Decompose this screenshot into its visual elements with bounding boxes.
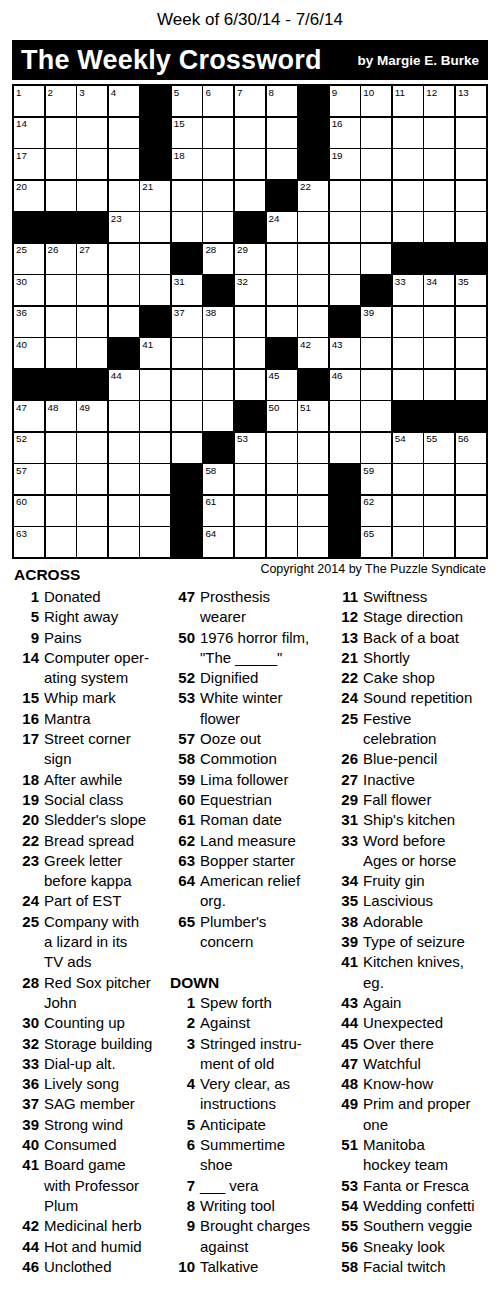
grid-cell-r4c4[interactable] [109, 181, 139, 211]
grid-cell-r11c11[interactable] [330, 401, 360, 431]
grid-cell-r1c8[interactable]: 7 [235, 86, 265, 116]
grid-cell-r6c1[interactable]: 25 [14, 244, 44, 274]
cell-number-8: 8 [269, 88, 274, 98]
grid-cell-r8c15[interactable] [456, 307, 486, 337]
clue-text: Part of EST [44, 891, 170, 911]
grid-cell-r4c15[interactable] [456, 181, 486, 211]
cell-number-11: 11 [395, 88, 405, 98]
clue-across-53: 53White winter flower [170, 688, 333, 729]
grid-cell-r10c13[interactable] [393, 370, 423, 400]
clue-down-29: 29Fall flower [333, 790, 500, 810]
grid-cell-r12c1[interactable]: 52 [14, 433, 44, 463]
clue-across-19: 19Social class [14, 790, 170, 810]
clue-down-55: 55Southern veggie [333, 1216, 500, 1236]
grid-cell-r11c2[interactable]: 48 [46, 401, 76, 431]
grid-cell-r14c4[interactable] [109, 496, 139, 526]
grid-cell-r15c9[interactable] [267, 527, 297, 557]
grid-cell-r7c10[interactable] [298, 275, 328, 305]
grid-cell-r14c14[interactable] [424, 496, 454, 526]
grid-cell-r5c5[interactable] [140, 212, 170, 242]
clue-number: 35 [333, 891, 363, 911]
grid-cell-r10c9[interactable]: 45 [267, 370, 297, 400]
grid-cell-r1c6[interactable]: 5 [172, 86, 202, 116]
grid-cell-r6c5[interactable] [140, 244, 170, 274]
clue-number: 22 [333, 668, 363, 688]
clue-down-34: 34Fruity gin [333, 871, 500, 891]
grid-cell-r1c4[interactable]: 4 [109, 86, 139, 116]
cell-number-54: 54 [395, 434, 406, 444]
grid-cell-r8c3[interactable] [77, 307, 107, 337]
grid-cell-r10c14[interactable] [424, 370, 454, 400]
grid-cell-r2c13[interactable] [393, 118, 423, 148]
grid-cell-r7c3[interactable] [77, 275, 107, 305]
clue-down-41: 41Kitchen knives, eg. [333, 952, 500, 993]
grid-cell-r2c6[interactable]: 15 [172, 118, 202, 148]
grid-cell-r8c8[interactable] [235, 307, 265, 337]
clue-down-13: 13Back of a boat [333, 628, 500, 648]
grid-cell-r4c6[interactable] [172, 181, 202, 211]
grid-cell-r6c8[interactable]: 29 [235, 244, 265, 274]
cell-number-2: 2 [48, 88, 53, 98]
clue-across-33: 33Dial-up alt. [14, 1054, 170, 1074]
clue-across-36: 36Lively song [14, 1074, 170, 1094]
grid-cell-r13c3[interactable] [77, 464, 107, 494]
grid-cell-r9c8[interactable] [235, 338, 265, 368]
grid-cell-r14c13[interactable] [393, 496, 423, 526]
grid-cell-r5c7[interactable] [203, 212, 233, 242]
black-cell-r2c5 [140, 118, 170, 148]
grid-cell-r14c7[interactable]: 61 [203, 496, 233, 526]
grid-cell-r15c15[interactable] [456, 527, 486, 557]
clue-number: 23 [14, 851, 44, 892]
black-cell-r7c12 [361, 275, 391, 305]
title-bar: The Weekly Crossword by Margie E. Burke [12, 40, 488, 80]
grid-cell-r5c6[interactable] [172, 212, 202, 242]
clue-across-28: 28Red Sox pitcher John [14, 973, 170, 1014]
grid-cell-r15c1[interactable]: 63 [14, 527, 44, 557]
clue-down-2: 2Against [170, 1013, 333, 1033]
clue-number: 52 [170, 668, 200, 688]
grid-cell-r5c9[interactable]: 24 [267, 212, 297, 242]
clue-number: 41 [14, 1155, 44, 1216]
grid-cell-r11c10[interactable]: 51 [298, 401, 328, 431]
grid-cell-r11c12[interactable] [361, 401, 391, 431]
cell-number-5: 5 [174, 88, 179, 98]
grid-cell-r3c8[interactable] [235, 149, 265, 179]
grid-cell-r9c12[interactable] [361, 338, 391, 368]
grid-cell-r1c7[interactable]: 6 [203, 86, 233, 116]
grid-cell-r11c1[interactable]: 47 [14, 401, 44, 431]
black-cell-r6c14 [424, 244, 454, 274]
grid-cell-r7c8[interactable]: 32 [235, 275, 265, 305]
grid-cell-r15c7[interactable]: 64 [203, 527, 233, 557]
grid-cell-r4c13[interactable] [393, 181, 423, 211]
grid-cell-r11c6[interactable] [172, 401, 202, 431]
grid-cell-r13c15[interactable] [456, 464, 486, 494]
grid-cell-r2c8[interactable] [235, 118, 265, 148]
grid-cell-r12c2[interactable] [46, 433, 76, 463]
black-cell-r9c4 [109, 338, 139, 368]
clue-text: ___ vera [200, 1176, 333, 1196]
cell-number-41: 41 [142, 340, 153, 350]
grid-cell-r15c12[interactable]: 65 [361, 527, 391, 557]
grid-cell-r4c10[interactable]: 22 [298, 181, 328, 211]
grid-cell-r8c9[interactable] [267, 307, 297, 337]
grid-cell-r14c10[interactable] [298, 496, 328, 526]
grid-cell-r5c15[interactable] [456, 212, 486, 242]
black-cell-r5c3 [77, 212, 107, 242]
grid-cell-r12c15[interactable]: 56 [456, 433, 486, 463]
cell-number-12: 12 [426, 88, 437, 98]
grid-cell-r7c13[interactable]: 33 [393, 275, 423, 305]
grid-cell-r15c13[interactable] [393, 527, 423, 557]
clue-text: Over there [363, 1034, 500, 1054]
clue-number: 44 [14, 1237, 44, 1257]
cell-number-33: 33 [395, 277, 406, 287]
grid-cell-r6c2[interactable]: 26 [46, 244, 76, 274]
grid-cell-r5c14[interactable] [424, 212, 454, 242]
grid-cell-r15c10[interactable] [298, 527, 328, 557]
grid-cell-r14c15[interactable] [456, 496, 486, 526]
cell-number-3: 3 [79, 88, 84, 98]
grid-cell-r5c4[interactable]: 23 [109, 212, 139, 242]
grid-cell-r3c12[interactable] [361, 149, 391, 179]
grid-cell-r1c9[interactable]: 8 [267, 86, 297, 116]
grid-cell-r2c7[interactable] [203, 118, 233, 148]
clue-number: 51 [333, 1135, 363, 1176]
grid-cell-r2c11[interactable]: 16 [330, 118, 360, 148]
clue-number: 48 [333, 1074, 363, 1094]
clue-text: Shortly [363, 648, 500, 668]
grid-cell-r9c7[interactable] [203, 338, 233, 368]
clue-text: Stringed instru- ment of old [200, 1034, 333, 1075]
grid-cell-r11c5[interactable] [140, 401, 170, 431]
cell-number-37: 37 [174, 308, 185, 318]
grid-cell-r6c7[interactable]: 28 [203, 244, 233, 274]
grid-cell-r7c4[interactable] [109, 275, 139, 305]
grid-cell-r10c5[interactable] [140, 370, 170, 400]
grid-cell-r8c13[interactable] [393, 307, 423, 337]
clue-number: 43 [333, 993, 363, 1013]
grid-cell-r1c11[interactable]: 9 [330, 86, 360, 116]
grid-cell-r15c8[interactable] [235, 527, 265, 557]
grid-cell-r2c12[interactable] [361, 118, 391, 148]
clue-number: 46 [14, 1257, 44, 1277]
grid-cell-r11c9[interactable]: 50 [267, 401, 297, 431]
grid-cell-r3c9[interactable] [267, 149, 297, 179]
grid-cell-r3c6[interactable]: 18 [172, 149, 202, 179]
grid-cell-r9c3[interactable] [77, 338, 107, 368]
grid-cell-r4c2[interactable] [46, 181, 76, 211]
grid-cell-r7c1[interactable]: 30 [14, 275, 44, 305]
cell-number-30: 30 [16, 277, 27, 287]
grid-cell-r1c14[interactable]: 12 [424, 86, 454, 116]
cell-number-49: 49 [79, 403, 90, 413]
clue-down-49: 49Prim and proper one [333, 1094, 500, 1135]
clue-across-15: 15Whip mark [14, 688, 170, 708]
down-header: DOWN [170, 973, 333, 993]
grid-cell-r7c11[interactable] [330, 275, 360, 305]
clue-down-33: 33Word before Ages or horse [333, 831, 500, 872]
grid-cell-r13c9[interactable] [267, 464, 297, 494]
grid-cell-r8c7[interactable]: 38 [203, 307, 233, 337]
grid-cell-r12c4[interactable] [109, 433, 139, 463]
clue-number: 54 [333, 1196, 363, 1216]
cell-number-59: 59 [363, 466, 374, 476]
grid-cell-r1c15[interactable]: 13 [456, 86, 486, 116]
grid-cell-r7c9[interactable] [267, 275, 297, 305]
cell-number-20: 20 [16, 182, 27, 192]
clue-down-25: 25Festive celebration [333, 709, 500, 750]
black-cell-r11c15 [456, 401, 486, 431]
clue-text: Fanta or Fresca [363, 1176, 500, 1196]
grid-cell-r3c11[interactable]: 19 [330, 149, 360, 179]
clue-number: 65 [170, 912, 200, 953]
grid-cell-r12c5[interactable] [140, 433, 170, 463]
grid-cell-r9c5[interactable]: 41 [140, 338, 170, 368]
grid-cell-r7c5[interactable] [140, 275, 170, 305]
clue-number: 62 [170, 831, 200, 851]
clue-down-24: 24Sound repetition [333, 688, 500, 708]
grid-cell-r12c10[interactable] [298, 433, 328, 463]
grid-cell-r9c2[interactable] [46, 338, 76, 368]
grid-cell-r12c11[interactable] [330, 433, 360, 463]
grid-cell-r9c6[interactable] [172, 338, 202, 368]
grid-cell-r6c11[interactable] [330, 244, 360, 274]
grid-cell-r15c3[interactable] [77, 527, 107, 557]
grid-cell-r4c1[interactable]: 20 [14, 181, 44, 211]
clue-number: 58 [170, 749, 200, 769]
grid-cell-r6c10[interactable] [298, 244, 328, 274]
grid-cell-r3c13[interactable] [393, 149, 423, 179]
grid-cell-r4c14[interactable] [424, 181, 454, 211]
grid-cell-r5c13[interactable] [393, 212, 423, 242]
grid-cell-r13c12[interactable]: 59 [361, 464, 391, 494]
grid-cell-r2c9[interactable] [267, 118, 297, 148]
clue-text: Donated [44, 587, 170, 607]
grid-cell-r15c5[interactable] [140, 527, 170, 557]
grid-cell-r11c3[interactable]: 49 [77, 401, 107, 431]
grid-cell-r13c13[interactable] [393, 464, 423, 494]
grid-cell-r12c13[interactable]: 54 [393, 433, 423, 463]
grid-cell-r10c8[interactable] [235, 370, 265, 400]
clue-across-14: 14Computer oper- ating system [14, 648, 170, 689]
grid-cell-r13c10[interactable] [298, 464, 328, 494]
clue-down-43: 43Again [333, 993, 500, 1013]
grid-cell-r9c15[interactable] [456, 338, 486, 368]
grid-cell-r10c11[interactable]: 46 [330, 370, 360, 400]
grid-cell-r10c15[interactable] [456, 370, 486, 400]
cell-number-23: 23 [111, 214, 122, 224]
grid-cell-r13c8[interactable] [235, 464, 265, 494]
grid-cell-r6c12[interactable] [361, 244, 391, 274]
clue-number: 58 [333, 1257, 363, 1277]
black-cell-r11c8 [235, 401, 265, 431]
grid-cell-r14c1[interactable]: 60 [14, 496, 44, 526]
grid-cell-r2c2[interactable] [46, 118, 76, 148]
clue-text: Fall flower [363, 790, 500, 810]
grid-cell-r1c3[interactable]: 3 [77, 86, 107, 116]
grid-cell-r9c14[interactable] [424, 338, 454, 368]
grid-cell-r9c1[interactable]: 40 [14, 338, 44, 368]
grid-cell-r14c3[interactable] [77, 496, 107, 526]
grid-cell-r6c4[interactable] [109, 244, 139, 274]
clue-text: White winter flower [200, 688, 333, 729]
grid-cell-r1c1[interactable]: 1 [14, 86, 44, 116]
clue-down-45: 45Over there [333, 1034, 500, 1054]
grid-cell-r4c3[interactable] [77, 181, 107, 211]
clue-number: 56 [333, 1237, 363, 1257]
grid-cell-r4c8[interactable] [235, 181, 265, 211]
clue-down-38: 38Adorable [333, 912, 500, 932]
clue-number: 21 [333, 648, 363, 668]
clue-text: Dial-up alt. [44, 1054, 170, 1074]
grid-cell-r5c10[interactable] [298, 212, 328, 242]
grid-cell-r5c11[interactable] [330, 212, 360, 242]
clue-column-1: ACROSS 1Donated5Right away9Pains14Comput… [14, 563, 170, 1277]
cell-number-65: 65 [363, 529, 374, 539]
grid-cell-r7c15[interactable]: 35 [456, 275, 486, 305]
grid-cell-r4c11[interactable] [330, 181, 360, 211]
clue-text: Writing tool [200, 1196, 333, 1216]
grid-cell-r1c2[interactable]: 2 [46, 86, 76, 116]
grid-cell-r3c7[interactable] [203, 149, 233, 179]
grid-cell-r13c2[interactable] [46, 464, 76, 494]
clue-down-21: 21Shortly [333, 648, 500, 668]
clue-text: Greek letter before kappa [44, 851, 170, 892]
grid-cell-r9c11[interactable]: 43 [330, 338, 360, 368]
clue-number: 38 [333, 912, 363, 932]
grid-cell-r6c3[interactable]: 27 [77, 244, 107, 274]
grid-cell-r2c1[interactable]: 14 [14, 118, 44, 148]
clue-number: 31 [333, 810, 363, 830]
clue-text: Sledder's slope [44, 810, 170, 830]
cell-number-18: 18 [174, 151, 185, 161]
clue-text: Commotion [200, 749, 333, 769]
cell-number-24: 24 [269, 214, 280, 224]
clue-text: Unexpected [363, 1013, 500, 1033]
clue-text: Again [363, 993, 500, 1013]
grid-cell-r12c9[interactable] [267, 433, 297, 463]
grid-cell-r6c9[interactable] [267, 244, 297, 274]
grid-cell-r15c4[interactable] [109, 527, 139, 557]
black-cell-r10c2 [46, 370, 76, 400]
week-header: Week of 6/30/14 - 7/6/14 [0, 8, 500, 32]
grid-cell-r10c12[interactable] [361, 370, 391, 400]
cell-number-61: 61 [205, 497, 216, 507]
grid-cell-r11c4[interactable] [109, 401, 139, 431]
grid-cell-r3c14[interactable] [424, 149, 454, 179]
grid-cell-r14c8[interactable] [235, 496, 265, 526]
clue-number: 59 [170, 770, 200, 790]
grid-cell-r2c14[interactable] [424, 118, 454, 148]
grid-cell-r8c14[interactable] [424, 307, 454, 337]
grid-cell-r8c10[interactable] [298, 307, 328, 337]
grid-cell-r8c12[interactable]: 39 [361, 307, 391, 337]
grid-cell-r13c4[interactable] [109, 464, 139, 494]
clue-down-7: 7___ vera [170, 1176, 333, 1196]
grid-cell-r2c3[interactable] [77, 118, 107, 148]
clue-across-64: 64American relief org. [170, 871, 333, 912]
grid-cell-r14c5[interactable] [140, 496, 170, 526]
grid-cell-r14c12[interactable]: 62 [361, 496, 391, 526]
grid-cell-r10c4[interactable]: 44 [109, 370, 139, 400]
grid-cell-r5c12[interactable] [361, 212, 391, 242]
grid-cell-r7c6[interactable]: 31 [172, 275, 202, 305]
cell-number-46: 46 [332, 371, 343, 381]
clue-down-51: 51Manitoba hockey team [333, 1135, 500, 1176]
grid-cell-r13c7[interactable]: 58 [203, 464, 233, 494]
grid-cell-r12c3[interactable] [77, 433, 107, 463]
grid-cell-r3c4[interactable] [109, 149, 139, 179]
clue-number: 19 [14, 790, 44, 810]
grid-cell-r2c15[interactable] [456, 118, 486, 148]
grid-cell-r8c6[interactable]: 37 [172, 307, 202, 337]
grid-cell-r14c9[interactable] [267, 496, 297, 526]
cell-number-1: 1 [16, 88, 21, 98]
black-cell-r10c10 [298, 370, 328, 400]
clue-across-18: 18After awhile [14, 770, 170, 790]
clue-text: Watchful [363, 1054, 500, 1074]
clue-across-42: 42Medicinal herb [14, 1216, 170, 1236]
grid-cell-r9c13[interactable] [393, 338, 423, 368]
clue-text: Computer oper- ating system [44, 648, 170, 689]
grid-cell-r3c3[interactable] [77, 149, 107, 179]
grid-cell-r10c7[interactable] [203, 370, 233, 400]
grid-cell-r13c1[interactable]: 57 [14, 464, 44, 494]
grid-cell-r8c1[interactable]: 36 [14, 307, 44, 337]
grid-cell-r3c2[interactable] [46, 149, 76, 179]
grid-cell-r13c14[interactable] [424, 464, 454, 494]
clue-number: 4 [170, 1074, 200, 1115]
clue-across-50: 501976 horror film, "The _____" [170, 628, 333, 669]
grid-cell-r12c14[interactable]: 55 [424, 433, 454, 463]
clue-number: 44 [333, 1013, 363, 1033]
grid-cell-r10c6[interactable] [172, 370, 202, 400]
grid-cell-r7c2[interactable] [46, 275, 76, 305]
grid-cell-r12c12[interactable] [361, 433, 391, 463]
cell-number-39: 39 [363, 308, 374, 318]
grid-cell-r1c13[interactable]: 11 [393, 86, 423, 116]
cell-number-9: 9 [332, 88, 337, 98]
grid-cell-r11c7[interactable] [203, 401, 233, 431]
grid-cell-r15c14[interactable] [424, 527, 454, 557]
grid-cell-r12c6[interactable] [172, 433, 202, 463]
grid-cell-r7c14[interactable]: 34 [424, 275, 454, 305]
cell-number-4: 4 [111, 88, 116, 98]
grid-cell-r12c8[interactable]: 53 [235, 433, 265, 463]
grid-cell-r3c1[interactable]: 17 [14, 149, 44, 179]
grid-cell-r13c5[interactable] [140, 464, 170, 494]
grid-cell-r2c4[interactable] [109, 118, 139, 148]
cell-number-36: 36 [16, 308, 27, 318]
grid-cell-r3c15[interactable] [456, 149, 486, 179]
cell-number-47: 47 [16, 403, 27, 413]
grid-cell-r15c2[interactable] [46, 527, 76, 557]
grid-cell-r4c5[interactable]: 21 [140, 181, 170, 211]
clue-across-40: 40Consumed [14, 1135, 170, 1155]
grid-cell-r14c2[interactable] [46, 496, 76, 526]
grid-cell-r4c7[interactable] [203, 181, 233, 211]
grid-cell-r9c10[interactable]: 42 [298, 338, 328, 368]
puzzle-title: The Weekly Crossword [21, 45, 322, 76]
grid-cell-r8c4[interactable] [109, 307, 139, 337]
grid-cell-r4c12[interactable] [361, 181, 391, 211]
grid-cell-r8c2[interactable] [46, 307, 76, 337]
grid-cell-r1c12[interactable]: 10 [361, 86, 391, 116]
black-cell-r1c5 [140, 86, 170, 116]
clue-number: 33 [333, 831, 363, 872]
